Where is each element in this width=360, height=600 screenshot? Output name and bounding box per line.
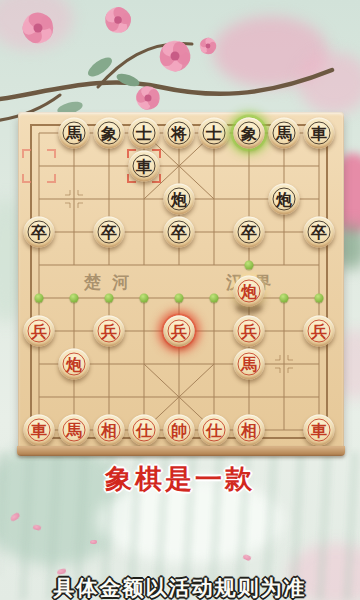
piece-black-general[interactable]: 将 bbox=[164, 118, 195, 149]
piece-label: 車 bbox=[133, 155, 156, 178]
piece-red-pawn-2[interactable]: 兵 bbox=[94, 316, 125, 347]
piece-black-elephant-right[interactable]: 象 bbox=[234, 118, 265, 149]
piece-label: 士 bbox=[133, 122, 156, 145]
piece-red-chariot-left[interactable]: 車 bbox=[24, 415, 55, 446]
piece-label: 馬 bbox=[238, 353, 261, 376]
piece-black-pawn-5[interactable]: 卒 bbox=[304, 217, 335, 248]
piece-label: 卒 bbox=[238, 221, 261, 244]
move-target-dot[interactable] bbox=[105, 294, 114, 303]
board-grid-lines bbox=[18, 112, 344, 447]
piece-label: 車 bbox=[308, 419, 331, 442]
piece-label: 卒 bbox=[308, 221, 331, 244]
piece-label: 卒 bbox=[28, 221, 51, 244]
piece-black-pawn-2[interactable]: 卒 bbox=[94, 217, 125, 248]
piece-label: 炮 bbox=[168, 188, 191, 211]
move-target-dot[interactable] bbox=[175, 294, 184, 303]
piece-red-general[interactable]: 帥 bbox=[164, 415, 195, 446]
piece-label: 士 bbox=[203, 122, 226, 145]
piece-label: 帥 bbox=[168, 419, 191, 442]
piece-red-elephant-right[interactable]: 相 bbox=[234, 415, 265, 446]
piece-label: 兵 bbox=[98, 320, 121, 343]
promo-caption: 象棋是一款 bbox=[0, 461, 360, 497]
xiangqi-board: 楚河 汉界 馬象士将士象馬車車炮炮卒卒卒卒卒炮兵兵兵兵兵炮馬車馬相仕帥仕相車 bbox=[18, 112, 344, 447]
piece-label: 卒 bbox=[168, 221, 191, 244]
last-move-from-marker bbox=[22, 149, 56, 183]
pink-blur-blob bbox=[213, 16, 328, 88]
screenshot-root: 楚河 汉界 馬象士将士象馬車車炮炮卒卒卒卒卒炮兵兵兵兵兵炮馬車馬相仕帥仕相車 象… bbox=[0, 0, 360, 600]
move-target-dot[interactable] bbox=[140, 294, 149, 303]
move-target-dot[interactable] bbox=[315, 294, 324, 303]
piece-label: 炮 bbox=[63, 353, 86, 376]
piece-label: 炮 bbox=[238, 280, 261, 303]
piece-black-pawn-3[interactable]: 卒 bbox=[164, 217, 195, 248]
piece-red-horse-left[interactable]: 馬 bbox=[59, 415, 90, 446]
piece-black-pawn-1[interactable]: 卒 bbox=[24, 217, 55, 248]
piece-red-pawn-4[interactable]: 兵 bbox=[234, 316, 265, 347]
piece-red-advisor-right[interactable]: 仕 bbox=[199, 415, 230, 446]
piece-label: 仕 bbox=[133, 419, 156, 442]
piece-black-elephant-left[interactable]: 象 bbox=[94, 118, 125, 149]
petal bbox=[32, 524, 41, 531]
piece-black-chariot-left[interactable]: 車 bbox=[129, 151, 160, 182]
move-target-dot[interactable] bbox=[70, 294, 79, 303]
petal bbox=[90, 540, 97, 544]
piece-label: 馬 bbox=[63, 419, 86, 442]
piece-red-pawn-3[interactable]: 兵 bbox=[164, 316, 195, 347]
move-target-dot[interactable] bbox=[280, 294, 289, 303]
piece-black-horse-right[interactable]: 馬 bbox=[269, 118, 300, 149]
piece-black-pawn-4[interactable]: 卒 bbox=[234, 217, 265, 248]
piece-label: 兵 bbox=[28, 320, 51, 343]
pink-blur-blob bbox=[0, 0, 73, 50]
piece-red-elephant-left[interactable]: 相 bbox=[94, 415, 125, 446]
piece-red-advisor-left[interactable]: 仕 bbox=[129, 415, 160, 446]
move-target-dot[interactable] bbox=[35, 294, 44, 303]
piece-label: 兵 bbox=[308, 320, 331, 343]
piece-black-horse-left[interactable]: 馬 bbox=[59, 118, 90, 149]
river-label-left: 楚河 bbox=[78, 271, 140, 294]
piece-label: 相 bbox=[98, 419, 121, 442]
pink-blur-blob bbox=[298, 52, 360, 114]
piece-label: 象 bbox=[98, 122, 121, 145]
move-target-dot[interactable] bbox=[210, 294, 219, 303]
piece-black-cannon-left[interactable]: 炮 bbox=[164, 184, 195, 215]
piece-label: 相 bbox=[238, 419, 261, 442]
piece-label: 将 bbox=[168, 122, 191, 145]
piece-red-pawn-5[interactable]: 兵 bbox=[304, 316, 335, 347]
piece-black-advisor-left[interactable]: 士 bbox=[129, 118, 160, 149]
petal bbox=[9, 512, 21, 522]
piece-label: 象 bbox=[238, 122, 261, 145]
piece-label: 車 bbox=[28, 419, 51, 442]
piece-label: 兵 bbox=[238, 320, 261, 343]
piece-black-cannon-right[interactable]: 炮 bbox=[269, 184, 300, 215]
disclaimer-text: 具体金额以活动规则为准 bbox=[0, 574, 360, 600]
piece-label: 馬 bbox=[273, 122, 296, 145]
piece-black-advisor-right[interactable]: 士 bbox=[199, 118, 230, 149]
piece-red-pawn-1[interactable]: 兵 bbox=[24, 316, 55, 347]
piece-red-cannon-left[interactable]: 炮 bbox=[59, 349, 90, 380]
piece-label: 炮 bbox=[273, 188, 296, 211]
piece-red-horse-right[interactable]: 馬 bbox=[234, 349, 265, 380]
piece-label: 卒 bbox=[98, 221, 121, 244]
piece-red-cannon-right[interactable]: 炮 bbox=[234, 276, 265, 307]
piece-red-chariot-right[interactable]: 車 bbox=[304, 415, 335, 446]
piece-label: 仕 bbox=[203, 419, 226, 442]
piece-label: 馬 bbox=[63, 122, 86, 145]
move-target-dot[interactable] bbox=[245, 261, 254, 270]
piece-label: 兵 bbox=[168, 320, 191, 343]
piece-label: 車 bbox=[308, 122, 331, 145]
petal bbox=[242, 554, 251, 562]
piece-black-chariot-right[interactable]: 車 bbox=[304, 118, 335, 149]
